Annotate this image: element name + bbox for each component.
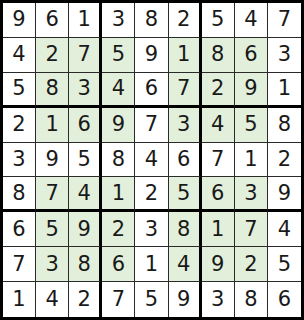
cell-r9c8[interactable]: 8 (235, 282, 268, 317)
cell-r2c2[interactable]: 2 (36, 38, 69, 73)
cell-r5c8[interactable]: 1 (235, 143, 268, 178)
cell-r7c8[interactable]: 7 (235, 212, 268, 247)
cell-r2c5[interactable]: 9 (135, 38, 168, 73)
cell-r3c8[interactable]: 9 (235, 73, 268, 108)
cell-r3c4[interactable]: 4 (102, 73, 135, 108)
cell-r2c9[interactable]: 3 (268, 38, 301, 73)
cell-r9c7[interactable]: 3 (202, 282, 235, 317)
cell-r8c9[interactable]: 5 (268, 247, 301, 282)
cell-r7c7[interactable]: 1 (202, 212, 235, 247)
cell-r1c2[interactable]: 6 (36, 3, 69, 38)
cell-r1c5[interactable]: 8 (135, 3, 168, 38)
cell-r3c1[interactable]: 5 (3, 73, 36, 108)
cell-r8c7[interactable]: 9 (202, 247, 235, 282)
cell-r8c8[interactable]: 2 (235, 247, 268, 282)
cell-r9c5[interactable]: 5 (135, 282, 168, 317)
cell-r4c1[interactable]: 2 (3, 108, 36, 143)
cell-r6c9[interactable]: 9 (268, 177, 301, 212)
cell-r8c2[interactable]: 3 (36, 247, 69, 282)
cell-r6c3[interactable]: 4 (69, 177, 102, 212)
cell-r6c4[interactable]: 1 (102, 177, 135, 212)
cell-r2c8[interactable]: 6 (235, 38, 268, 73)
cell-r9c9[interactable]: 6 (268, 282, 301, 317)
cell-r1c1[interactable]: 9 (3, 3, 36, 38)
cell-r1c8[interactable]: 4 (235, 3, 268, 38)
cell-r6c6[interactable]: 5 (169, 177, 202, 212)
cell-r8c1[interactable]: 7 (3, 247, 36, 282)
cell-r2c4[interactable]: 5 (102, 38, 135, 73)
cell-r6c7[interactable]: 6 (202, 177, 235, 212)
cell-r7c3[interactable]: 9 (69, 212, 102, 247)
cell-r7c2[interactable]: 5 (36, 212, 69, 247)
cell-r9c2[interactable]: 4 (36, 282, 69, 317)
cell-r8c5[interactable]: 1 (135, 247, 168, 282)
cell-r2c6[interactable]: 1 (169, 38, 202, 73)
cell-r9c1[interactable]: 1 (3, 282, 36, 317)
cell-r5c3[interactable]: 5 (69, 143, 102, 178)
cell-r6c1[interactable]: 8 (3, 177, 36, 212)
cell-r3c5[interactable]: 6 (135, 73, 168, 108)
cell-r1c3[interactable]: 1 (69, 3, 102, 38)
cell-r3c6[interactable]: 7 (169, 73, 202, 108)
cell-r1c7[interactable]: 5 (202, 3, 235, 38)
cell-r6c8[interactable]: 3 (235, 177, 268, 212)
cell-r3c3[interactable]: 3 (69, 73, 102, 108)
cell-r5c5[interactable]: 4 (135, 143, 168, 178)
cell-r9c3[interactable]: 2 (69, 282, 102, 317)
sudoku-board: 9613825474275918635834672912169734583958… (0, 0, 304, 320)
cell-r5c1[interactable]: 3 (3, 143, 36, 178)
cell-r5c4[interactable]: 8 (102, 143, 135, 178)
cell-r6c5[interactable]: 2 (135, 177, 168, 212)
cell-r8c3[interactable]: 8 (69, 247, 102, 282)
cell-r3c2[interactable]: 8 (36, 73, 69, 108)
cell-r7c1[interactable]: 6 (3, 212, 36, 247)
cell-r4c5[interactable]: 7 (135, 108, 168, 143)
cell-r5c2[interactable]: 9 (36, 143, 69, 178)
cell-r7c9[interactable]: 4 (268, 212, 301, 247)
cell-r4c8[interactable]: 5 (235, 108, 268, 143)
cell-r7c6[interactable]: 8 (169, 212, 202, 247)
cell-r8c4[interactable]: 6 (102, 247, 135, 282)
cell-r1c9[interactable]: 7 (268, 3, 301, 38)
cell-r5c7[interactable]: 7 (202, 143, 235, 178)
cell-r2c7[interactable]: 8 (202, 38, 235, 73)
cell-r3c9[interactable]: 1 (268, 73, 301, 108)
cell-r4c6[interactable]: 3 (169, 108, 202, 143)
cell-r1c4[interactable]: 3 (102, 3, 135, 38)
cell-r4c7[interactable]: 4 (202, 108, 235, 143)
cell-r9c6[interactable]: 9 (169, 282, 202, 317)
cell-r4c2[interactable]: 1 (36, 108, 69, 143)
cell-r5c6[interactable]: 6 (169, 143, 202, 178)
cell-r1c6[interactable]: 2 (169, 3, 202, 38)
cell-r2c3[interactable]: 7 (69, 38, 102, 73)
cell-r4c4[interactable]: 9 (102, 108, 135, 143)
cell-r2c1[interactable]: 4 (3, 38, 36, 73)
cell-r7c4[interactable]: 2 (102, 212, 135, 247)
cell-r3c7[interactable]: 2 (202, 73, 235, 108)
cell-r8c6[interactable]: 4 (169, 247, 202, 282)
cell-r5c9[interactable]: 2 (268, 143, 301, 178)
cell-r6c2[interactable]: 7 (36, 177, 69, 212)
cell-r4c9[interactable]: 8 (268, 108, 301, 143)
cell-r7c5[interactable]: 3 (135, 212, 168, 247)
cell-r4c3[interactable]: 6 (69, 108, 102, 143)
cell-r9c4[interactable]: 7 (102, 282, 135, 317)
